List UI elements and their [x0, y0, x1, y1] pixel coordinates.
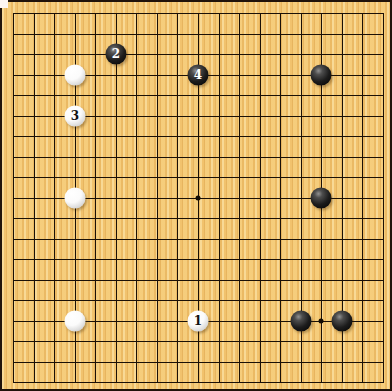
black-stone-K16: 4 — [188, 65, 209, 86]
black-stone-F17: 2 — [106, 44, 127, 65]
grid-line-vertical — [280, 13, 281, 383]
grid-line-horizontal — [13, 259, 384, 260]
star-point — [196, 196, 201, 201]
grid-line-horizontal — [13, 341, 384, 342]
black-stone-P4 — [291, 311, 312, 332]
grid-line-horizontal — [13, 382, 384, 383]
stone-move-number: 3 — [71, 106, 79, 127]
white-stone-D4 — [65, 311, 86, 332]
grid-line-horizontal — [13, 300, 384, 301]
frame-corner-artifact — [0, 0, 8, 8]
black-stone-Q10 — [311, 188, 332, 209]
grid-line-vertical — [260, 13, 261, 383]
star-point — [319, 319, 324, 324]
stone-move-number: 1 — [194, 311, 202, 332]
stone-move-number: 2 — [112, 44, 120, 65]
grid-line-horizontal — [13, 280, 384, 281]
board-grid: 2341 — [13, 13, 384, 383]
black-stone-R4 — [332, 311, 353, 332]
grid-line-vertical — [362, 13, 363, 383]
stone-move-number: 4 — [194, 65, 202, 86]
black-stone-Q16 — [311, 65, 332, 86]
grid-line-horizontal — [13, 362, 384, 363]
grid-line-vertical — [219, 13, 220, 383]
go-diagram: 2341 — [0, 0, 392, 391]
grid-line-horizontal — [13, 239, 384, 240]
white-stone-K4: 1 — [188, 311, 209, 332]
grid-line-vertical — [239, 13, 240, 383]
grid-line-horizontal — [13, 218, 384, 219]
white-stone-D14: 3 — [65, 106, 86, 127]
go-board: 2341 — [0, 0, 392, 391]
white-stone-D16 — [65, 65, 86, 86]
grid-line-vertical — [383, 13, 384, 383]
white-stone-D10 — [65, 188, 86, 209]
